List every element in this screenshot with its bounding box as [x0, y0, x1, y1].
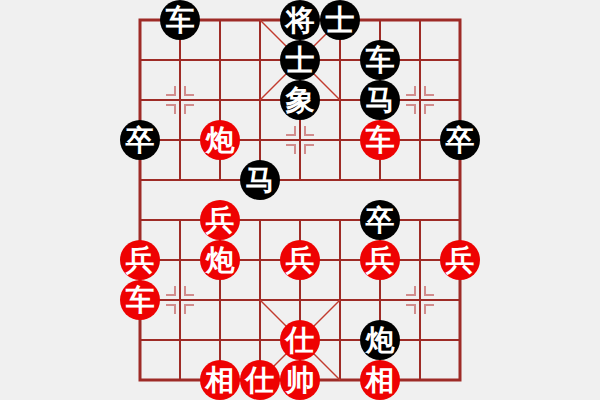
- xiangqi-screen: 车将士士车象马卒炮车卒马兵卒兵炮兵兵兵车仕炮相仕帅相: [0, 0, 600, 400]
- board-point-c6r4[interactable]: [360, 160, 400, 200]
- board-point-c7r2[interactable]: [400, 80, 440, 120]
- board-point-c2r2[interactable]: [200, 80, 240, 120]
- board-point-c1r4[interactable]: [160, 160, 200, 200]
- board-point-c2r4[interactable]: [200, 160, 240, 200]
- board-point-c8r5[interactable]: [440, 200, 480, 240]
- piece-black-king[interactable]: 将: [280, 0, 320, 40]
- board-point-c0r2[interactable]: [120, 80, 160, 120]
- board-point-c8r8[interactable]: [440, 320, 480, 360]
- board-point-c7r1[interactable]: [400, 40, 440, 80]
- board-point-c0r8[interactable]: [120, 320, 160, 360]
- board-point-c0r0[interactable]: [120, 0, 160, 40]
- piece-black-chariot[interactable]: 车: [360, 40, 400, 80]
- piece-black-cannon[interactable]: 炮: [360, 320, 400, 360]
- piece-black-soldier[interactable]: 卒: [120, 120, 160, 160]
- board-point-c2r8[interactable]: [200, 320, 240, 360]
- board-point-c3r2[interactable]: [240, 80, 280, 120]
- board-point-c0r4[interactable]: [120, 160, 160, 200]
- piece-red-advisor[interactable]: 仕: [240, 360, 280, 400]
- board-point-c5r7[interactable]: [320, 280, 360, 320]
- xiangqi-board: 车将士士车象马卒炮车卒马兵卒兵炮兵兵兵车仕炮相仕帅相: [120, 0, 480, 400]
- piece-red-chariot[interactable]: 车: [360, 120, 400, 160]
- board-point-c5r2[interactable]: [320, 80, 360, 120]
- piece-black-advisor[interactable]: 士: [280, 40, 320, 80]
- board-point-c4r5[interactable]: [280, 200, 320, 240]
- board-point-c5r4[interactable]: [320, 160, 360, 200]
- board-point-c8r1[interactable]: [440, 40, 480, 80]
- board-point-c8r7[interactable]: [440, 280, 480, 320]
- piece-red-king[interactable]: 帅: [280, 360, 320, 400]
- board-point-c1r3[interactable]: [160, 120, 200, 160]
- board-point-c7r4[interactable]: [400, 160, 440, 200]
- piece-black-chariot[interactable]: 车: [160, 0, 200, 40]
- piece-red-cannon[interactable]: 炮: [200, 240, 240, 280]
- board-point-c7r9[interactable]: [400, 360, 440, 400]
- piece-red-soldier[interactable]: 兵: [360, 240, 400, 280]
- piece-red-soldier[interactable]: 兵: [440, 240, 480, 280]
- board-point-c4r3[interactable]: [280, 120, 320, 160]
- board-point-c7r0[interactable]: [400, 0, 440, 40]
- board-point-c7r8[interactable]: [400, 320, 440, 360]
- board-point-c8r4[interactable]: [440, 160, 480, 200]
- board-point-c3r0[interactable]: [240, 0, 280, 40]
- piece-black-soldier[interactable]: 卒: [440, 120, 480, 160]
- board-point-c7r5[interactable]: [400, 200, 440, 240]
- board-point-c6r0[interactable]: [360, 0, 400, 40]
- piece-black-horse[interactable]: 马: [240, 160, 280, 200]
- board-point-c1r5[interactable]: [160, 200, 200, 240]
- board-point-c0r9[interactable]: [120, 360, 160, 400]
- piece-red-soldier[interactable]: 兵: [120, 240, 160, 280]
- board-point-c8r9[interactable]: [440, 360, 480, 400]
- board-point-c2r0[interactable]: [200, 0, 240, 40]
- piece-red-elephant[interactable]: 相: [200, 360, 240, 400]
- piece-red-chariot[interactable]: 车: [120, 280, 160, 320]
- board-point-c1r9[interactable]: [160, 360, 200, 400]
- board-point-c1r7[interactable]: [160, 280, 200, 320]
- board-point-c8r2[interactable]: [440, 80, 480, 120]
- piece-red-advisor[interactable]: 仕: [280, 320, 320, 360]
- board-point-c6r7[interactable]: [360, 280, 400, 320]
- board-point-c3r7[interactable]: [240, 280, 280, 320]
- board-point-c4r7[interactable]: [280, 280, 320, 320]
- board-point-c7r6[interactable]: [400, 240, 440, 280]
- piece-red-soldier[interactable]: 兵: [200, 200, 240, 240]
- piece-black-elephant[interactable]: 象: [280, 80, 320, 120]
- board-point-c7r7[interactable]: [400, 280, 440, 320]
- board-point-c3r5[interactable]: [240, 200, 280, 240]
- board-point-c0r1[interactable]: [120, 40, 160, 80]
- board-point-c8r0[interactable]: [440, 0, 480, 40]
- board-point-c3r6[interactable]: [240, 240, 280, 280]
- board-point-c3r3[interactable]: [240, 120, 280, 160]
- piece-black-horse[interactable]: 马: [360, 80, 400, 120]
- piece-black-advisor[interactable]: 士: [320, 0, 360, 40]
- board-point-c1r8[interactable]: [160, 320, 200, 360]
- board-point-c3r1[interactable]: [240, 40, 280, 80]
- piece-red-elephant[interactable]: 相: [360, 360, 400, 400]
- board-point-c5r8[interactable]: [320, 320, 360, 360]
- board-point-c0r5[interactable]: [120, 200, 160, 240]
- board-point-c5r9[interactable]: [320, 360, 360, 400]
- board-point-c1r1[interactable]: [160, 40, 200, 80]
- board-point-c1r6[interactable]: [160, 240, 200, 280]
- board-point-c4r4[interactable]: [280, 160, 320, 200]
- board-point-c2r7[interactable]: [200, 280, 240, 320]
- board-point-c7r3[interactable]: [400, 120, 440, 160]
- board-point-c5r6[interactable]: [320, 240, 360, 280]
- board-point-c2r1[interactable]: [200, 40, 240, 80]
- piece-red-cannon[interactable]: 炮: [200, 120, 240, 160]
- board-point-c5r3[interactable]: [320, 120, 360, 160]
- board-point-c5r5[interactable]: [320, 200, 360, 240]
- piece-red-soldier[interactable]: 兵: [280, 240, 320, 280]
- board-point-c3r8[interactable]: [240, 320, 280, 360]
- piece-black-soldier[interactable]: 卒: [360, 200, 400, 240]
- board-point-c5r1[interactable]: [320, 40, 360, 80]
- board-point-c1r2[interactable]: [160, 80, 200, 120]
